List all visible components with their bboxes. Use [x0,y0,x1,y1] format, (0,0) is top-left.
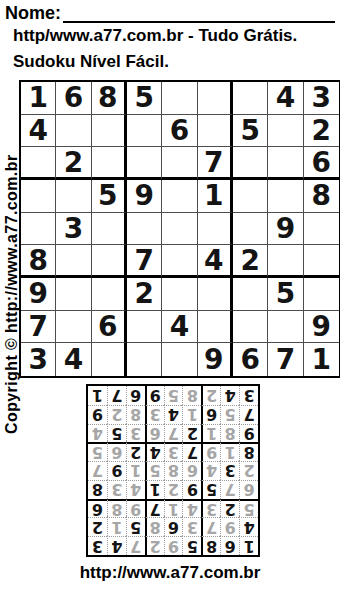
puzzle-cell-r8c6 [198,311,233,344]
name-underline [63,2,335,23]
puzzle-cell-r3c5 [162,147,197,180]
solution-cell-r6c7: 2 [126,442,145,461]
puzzle-cell-r2c1: 4 [21,115,56,148]
solution-cell-r2c3: 7 [201,517,220,536]
solution-cell-r3c7: 9 [126,499,145,518]
solution-cell-r5c7: 1 [126,461,145,480]
puzzle-cell-r2c4 [127,115,162,148]
puzzle-cell-r8c7 [233,311,268,344]
solution-cell-r4c5: 2 [164,480,183,499]
puzzle-cell-r7c4: 2 [127,278,162,311]
solution-cell-r8c1: 7 [239,405,258,424]
solution-cell-r6c9: 5 [88,442,107,461]
solution-cell-r3c4: 4 [182,499,201,518]
solution-cell-r8c6: 3 [145,405,164,424]
puzzle-cell-r9c3 [92,343,127,376]
puzzle-cell-r9c1: 3 [21,343,56,376]
puzzle-cell-r6c4: 7 [127,245,162,278]
solution-cell-r1c8: 4 [107,536,126,555]
puzzle-cell-r3c2: 2 [56,147,91,180]
puzzle-cell-r1c1: 1 [21,82,56,115]
solution-cell-r3c9: 6 [88,499,107,518]
puzzle-cell-r1c2: 6 [56,82,91,115]
puzzle-cell-r2c6 [198,115,233,148]
puzzle-cell-r4c9: 8 [304,180,339,213]
puzzle-cell-r3c1 [21,147,56,180]
solution-cell-r2c1: 4 [239,517,258,536]
solution-cell-r8c3: 6 [201,405,220,424]
page-subtitle: Sudoku Nível Fácil. [13,52,169,72]
puzzle-cell-r4c2 [56,180,91,213]
puzzle-cell-r6c8 [268,245,303,278]
solution-cell-r5c1: 2 [239,461,258,480]
puzzle-cell-r1c8: 4 [268,82,303,115]
solution-cell-r1c1: 1 [239,536,258,555]
solution-cell-r1c2: 6 [220,536,239,555]
solution-cell-r7c3: 1 [201,424,220,443]
solution-cell-r3c1: 5 [239,499,258,518]
name-row: Nome: [5,2,335,23]
puzzle-cell-r8c2 [56,311,91,344]
puzzle-cell-r2c5: 6 [162,115,197,148]
solution-cell-r6c4: 7 [182,442,201,461]
solution-cell-r6c1: 8 [239,442,258,461]
solution-cell-r1c4: 5 [182,536,201,555]
puzzle-cell-r9c5 [162,343,197,376]
puzzle-cell-r1c5 [162,82,197,115]
puzzle-cell-r3c3 [92,147,127,180]
solution-cell-r5c4: 6 [182,461,201,480]
puzzle-cell-r4c1 [21,180,56,213]
solution-cell-r4c4: 9 [182,480,201,499]
solution-cell-r9c1: 3 [239,386,258,405]
solution-cell-r5c5: 8 [164,461,183,480]
solution-cell-r8c2: 5 [220,405,239,424]
solution-cell-r2c2: 9 [220,517,239,536]
puzzle-cell-r6c5 [162,245,197,278]
puzzle-cell-r6c7: 2 [233,245,268,278]
solution-cell-r2c4: 3 [182,517,201,536]
puzzle-cell-r4c6: 1 [198,180,233,213]
solution-cell-r2c6: 8 [145,517,164,536]
solution-cell-r4c2: 7 [220,480,239,499]
puzzle-cell-r9c7: 6 [233,343,268,376]
puzzle-cell-r6c2 [56,245,91,278]
solution-cell-r2c8: 1 [107,517,126,536]
solution-cell-r9c4: 8 [182,386,201,405]
puzzle-cell-r1c9: 3 [304,82,339,115]
puzzle-cell-r3c4 [127,147,162,180]
solution-cell-r4c8: 3 [107,480,126,499]
puzzle-cell-r7c8: 5 [268,278,303,311]
puzzle-cell-r7c6 [198,278,233,311]
solution-cell-r9c5: 5 [164,386,183,405]
puzzle-cell-r7c1: 9 [21,278,56,311]
solution-cell-r8c4: 1 [182,405,201,424]
solution-cell-r6c5: 3 [164,442,183,461]
solution-cell-r5c2: 3 [220,461,239,480]
puzzle-cell-r1c6 [198,82,233,115]
solution-cell-r1c5: 9 [164,536,183,555]
puzzle-cell-r7c2 [56,278,91,311]
solution-cell-r4c9: 8 [88,480,107,499]
puzzle-cell-r8c3: 6 [92,311,127,344]
solution-cell-r8c7: 8 [126,405,145,424]
puzzle-cell-r6c9 [304,245,339,278]
solution-cell-r6c8: 6 [107,442,126,461]
puzzle-cell-r1c7 [233,82,268,115]
sudoku-sheet: Nome: http/www.a77.com.br - Tudo Grátis.… [0,0,340,596]
solution-cell-r3c2: 2 [220,499,239,518]
solution-cell-r7c1: 9 [239,424,258,443]
puzzle-cell-r7c7 [233,278,268,311]
puzzle-cell-r1c4: 5 [127,82,162,115]
solution-cell-r4c6: 1 [145,480,164,499]
solution-cell-r3c3: 3 [201,499,220,518]
page-title: http/www.a77.com.br - Tudo Grátis. [13,26,297,46]
puzzle-cell-r5c2: 3 [56,213,91,246]
solution-cell-r4c7: 4 [126,480,145,499]
solution-cell-r9c6: 9 [145,386,164,405]
solution-cell-r9c7: 6 [126,386,145,405]
puzzle-cell-r9c9: 1 [304,343,339,376]
solution-cell-r9c8: 7 [107,386,126,405]
solution-cell-r6c3: 9 [201,442,220,461]
puzzle-cell-r2c8 [268,115,303,148]
puzzle-cell-r8c5: 4 [162,311,197,344]
puzzle-cell-r5c6 [198,213,233,246]
solution-cell-r9c9: 1 [88,386,107,405]
solution-cell-r2c7: 5 [126,517,145,536]
puzzle-cell-r6c1: 8 [21,245,56,278]
puzzle-cell-r2c3 [92,115,127,148]
puzzle-cell-r9c2: 4 [56,343,91,376]
puzzle-cell-r8c4 [127,311,162,344]
solution-cell-r7c6: 6 [145,424,164,443]
puzzle-cell-r4c4: 9 [127,180,162,213]
puzzle-cell-r7c9 [304,278,339,311]
puzzle-cell-r5c9 [304,213,339,246]
puzzle-cell-r4c7 [233,180,268,213]
solution-cell-r7c5: 7 [164,424,183,443]
solution-cell-r8c8: 2 [107,405,126,424]
solution-cell-r1c6: 2 [145,536,164,555]
solution-cell-r5c9: 7 [88,461,107,480]
solution-cell-r7c8: 5 [107,424,126,443]
puzzle-cell-r3c7 [233,147,268,180]
puzzle-cell-r4c3: 5 [92,180,127,213]
puzzle-cell-r7c5 [162,278,197,311]
puzzle-cell-r8c8 [268,311,303,344]
solution-cell-r3c8: 8 [107,499,126,518]
puzzle-cell-r2c2 [56,115,91,148]
puzzle-cell-r2c9: 2 [304,115,339,148]
puzzle-cell-r2c7: 5 [233,115,268,148]
solution-cell-r7c9: 4 [88,424,107,443]
solution-cell-r2c9: 2 [88,517,107,536]
puzzle-cell-r9c6: 9 [198,343,233,376]
puzzle-cell-r9c8: 7 [268,343,303,376]
puzzle-cell-r4c8 [268,180,303,213]
puzzle-cell-r5c8: 9 [268,213,303,246]
solution-cell-r9c3: 2 [201,386,220,405]
solution-cell-r5c6: 5 [145,461,164,480]
solution-cell-r6c2: 1 [220,442,239,461]
puzzle-cell-r5c3 [92,213,127,246]
puzzle-cell-r6c6: 4 [198,245,233,278]
solution-cell-r1c7: 7 [126,536,145,555]
solution-cell-r1c9: 3 [88,536,107,555]
solution-cell-r7c7: 3 [126,424,145,443]
puzzle-cell-r3c9: 6 [304,147,339,180]
puzzle-cell-r3c8 [268,147,303,180]
solution-cell-r1c3: 8 [201,536,220,555]
solution-cell-r3c6: 7 [145,499,164,518]
solution-cell-r8c5: 4 [164,405,183,424]
puzzle-cell-r9c4 [127,343,162,376]
sudoku-puzzle-grid: 168543465227659183987429257649349671 [19,80,340,378]
puzzle-cell-r5c7 [233,213,268,246]
solution-cell-r8c9: 9 [88,405,107,424]
puzzle-cell-r5c5 [162,213,197,246]
solution-cell-r5c3: 4 [201,461,220,480]
puzzle-cell-r4c5 [162,180,197,213]
solution-cell-r4c3: 5 [201,480,220,499]
solution-cell-r3c5: 1 [164,499,183,518]
puzzle-cell-r8c1: 7 [21,311,56,344]
puzzle-cell-r5c1 [21,213,56,246]
puzzle-cell-r7c3 [92,278,127,311]
solution-cell-r6c6: 4 [145,442,164,461]
puzzle-cell-r3c6: 7 [198,147,233,180]
solution-cell-r4c1: 6 [239,480,258,499]
puzzle-cell-r5c4 [127,213,162,246]
puzzle-cell-r8c9: 9 [304,311,339,344]
sudoku-solution-grid-rotated: 1685927434973685125234179866759214382346… [86,384,260,557]
solution-cell-r9c2: 4 [220,386,239,405]
solution-cell-r2c5: 6 [164,517,183,536]
solution-cell-r7c4: 2 [182,424,201,443]
name-label: Nome: [5,3,61,23]
footer-url: http://www.a77.com.br [0,563,340,583]
solution-cell-r5c8: 9 [107,461,126,480]
solution-cell-r7c2: 8 [220,424,239,443]
puzzle-cell-r1c3: 8 [92,82,127,115]
puzzle-cell-r6c3 [92,245,127,278]
